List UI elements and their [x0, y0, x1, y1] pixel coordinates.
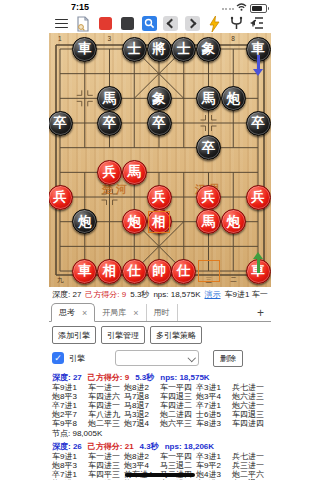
piece-red[interactable]: 相 — [97, 259, 122, 284]
section-stat: 深度: 26 — [52, 442, 82, 451]
section-header: 深度: 27己方得分: 95.3秒nps: 18,575K — [52, 373, 268, 382]
piece-red[interactable]: 兵 — [49, 185, 73, 210]
button-引擎管理[interactable]: 引擎管理 — [101, 326, 145, 344]
pv-move[interactable]: 兵三进一 — [232, 461, 268, 470]
tab-label: 用时 — [154, 307, 170, 318]
engine-button-row: 添加引擎引擎管理多引擎策略 — [49, 322, 271, 347]
red-board-icon[interactable] — [97, 16, 114, 32]
pv-move[interactable]: 兵七进一 — [232, 383, 268, 392]
tab-开局库[interactable]: 开局库× — [95, 304, 146, 321]
pv-move[interactable]: 炮7退4 — [124, 419, 160, 428]
pv-move[interactable]: 炮六进一 — [232, 401, 268, 410]
section-stat: 5.3秒 — [135, 373, 154, 382]
button-多引擎策略[interactable]: 多引擎策略 — [150, 326, 202, 344]
pv-move[interactable]: 车四进二 — [160, 401, 196, 410]
piece-red[interactable]: 炮 — [122, 209, 147, 234]
file-label-top: 8 — [231, 35, 235, 42]
piece-black[interactable]: 馬 — [196, 86, 221, 111]
pv-move[interactable]: 兵七进一 — [232, 452, 268, 461]
variation-merge-arrow-icon[interactable] — [250, 16, 267, 32]
home-indicator[interactable] — [125, 473, 195, 477]
pv-move[interactable]: 车四退三 — [232, 410, 268, 419]
dark-board-icon[interactable] — [119, 16, 136, 32]
piece-red[interactable]: 炮 — [221, 209, 246, 234]
status-bar: 7:15 — [49, 0, 271, 14]
pv-move[interactable]: 车一进一 — [88, 383, 124, 392]
pv-move[interactable]: 炮8进2 — [124, 452, 160, 461]
pv-move[interactable]: 车四进三 — [88, 461, 124, 470]
cellular-signal-icon — [222, 8, 235, 10]
pv-move[interactable]: 车9进1 — [52, 383, 88, 392]
pv-line: 炮8平3车四进三炮3平4马三退二车9平2兵三进一 — [52, 461, 268, 470]
piece-black[interactable]: 炮 — [221, 86, 246, 111]
piece-black[interactable]: 卒 — [97, 111, 122, 136]
pv-move[interactable]: 车9平2 — [196, 461, 232, 470]
pv-move[interactable]: 马3退2 — [124, 410, 160, 419]
tab-label: 思考 — [59, 307, 75, 318]
pv-move[interactable]: 炮8平3 — [52, 392, 88, 401]
summary-pv: 车9进1 车一 — [225, 289, 268, 300]
summary-depth: 深度: 27 — [52, 289, 81, 300]
pv-move[interactable]: 车四退三 — [160, 392, 196, 401]
file-label-bottom: 九 — [57, 276, 64, 285]
piece-black[interactable]: 馬 — [97, 86, 122, 111]
xiangqi-board[interactable]: 楚河 汉界 車士將士象車馬象馬炮卒卒卒卒卒兵馬兵兵兵兵炮炮相馬炮車相仕帥仕車 1… — [49, 33, 271, 287]
pv-move[interactable]: 炮二平六 — [232, 470, 268, 479]
analysis-output: 深度: 27己方得分: 95.3秒nps: 18,575K车9进1车一进一炮8进… — [49, 369, 271, 480]
pv-line: 车9进1车一进一炮8进2车一平四卒3进1兵七进一 — [52, 452, 268, 461]
piece-black[interactable]: 炮 — [72, 209, 97, 234]
piece-red[interactable]: 兵 — [246, 185, 271, 210]
pv-move[interactable]: 炮二平三 — [88, 419, 124, 428]
suggested-move-arrow-red — [253, 252, 263, 273]
pv-move[interactable]: 车一平四 — [160, 452, 196, 461]
piece-red[interactable]: 兵 — [196, 185, 221, 210]
node-count: 节点: 98,005K — [52, 429, 268, 438]
tab-思考[interactable]: 思考× — [51, 303, 95, 322]
piece-red[interactable]: 馬 — [122, 160, 147, 185]
analysis-panel: 深度: 27 己方得分: 9 5.3秒 nps: 18,575K 演示 车9进1… — [49, 287, 271, 480]
pv-move[interactable]: 马三退二 — [160, 461, 196, 470]
piece-red[interactable]: 馬 — [196, 209, 221, 234]
file-label-top: 3 — [108, 35, 112, 42]
file-label-top: 1 — [58, 35, 62, 42]
summary-score: 己方得分: 9 — [85, 289, 126, 300]
variation-fork-icon[interactable] — [228, 16, 245, 32]
pv-move[interactable]: 车四进四 — [232, 419, 268, 428]
forward-button[interactable] — [184, 16, 201, 32]
pv-line: 卒7进1车四进一马8退7车四进二卒7进1炮六进一 — [52, 401, 268, 410]
pv-move[interactable]: 卒7进1 — [52, 470, 88, 479]
pv-move[interactable]: 车9进1 — [52, 452, 88, 461]
app-screen: 7:15 — [49, 0, 271, 480]
tab-bar: 思考×开局库×用时+ — [49, 302, 271, 322]
pv-move[interactable]: 车一进一 — [88, 452, 124, 461]
pv-move[interactable]: 车一平四 — [160, 383, 196, 392]
pv-line: 车9平8炮二平三炮7退4炮六平三车8进3车四进四 — [52, 419, 268, 428]
section-stat: 深度: 27 — [52, 373, 82, 382]
piece-black[interactable]: 卒 — [196, 135, 221, 160]
button-添加引擎[interactable]: 添加引擎 — [52, 326, 96, 344]
engine-lightning-icon[interactable] — [206, 16, 223, 32]
section-stat: 己方得分: 9 — [88, 373, 129, 382]
pv-move[interactable]: 马8退7 — [124, 401, 160, 410]
pv-move[interactable]: 卒7进1 — [196, 401, 232, 410]
engine-summary-bar: 深度: 27 己方得分: 9 5.3秒 nps: 18,575K 演示 车9进1… — [49, 287, 271, 302]
piece-black[interactable]: 卒 — [49, 111, 73, 136]
battery-icon — [250, 4, 267, 13]
piece-black[interactable]: 將 — [147, 37, 172, 62]
wifi-icon — [236, 3, 247, 11]
piece-black[interactable]: 士 — [171, 37, 196, 62]
section-stat: 4.3秒 — [140, 442, 159, 451]
piece-black[interactable]: 卒 — [246, 111, 271, 136]
engine-row: ✓ 引擎 删除 — [49, 347, 271, 369]
pv-move[interactable]: 炮2平7 — [52, 410, 88, 419]
close-tab-icon[interactable]: × — [82, 308, 87, 318]
last-move-marker — [148, 211, 170, 233]
toolbar — [49, 14, 271, 33]
search-mode-icon[interactable] — [141, 16, 158, 32]
section-stat: nps: 18,206K — [165, 442, 214, 451]
pv-move[interactable]: 卒7进1 — [52, 401, 88, 410]
section-header: 深度: 26己方得分: 214.3秒nps: 18,206K — [52, 442, 268, 451]
pv-move[interactable]: 车四进六 — [88, 392, 124, 401]
piece-black[interactable]: 卒 — [147, 111, 172, 136]
pv-move[interactable]: 车8进3 — [196, 419, 232, 428]
pv-move[interactable]: 车9平8 — [52, 419, 88, 428]
pv-move[interactable]: 炮8进2 — [124, 383, 160, 392]
pv-move[interactable]: 炮8平3 — [52, 461, 88, 470]
pv-move[interactable]: 车四平三 — [88, 470, 124, 479]
suggested-move-arrow-black — [253, 55, 263, 76]
menu-icon[interactable] — [53, 16, 70, 32]
piece-black[interactable]: 車 — [72, 37, 97, 62]
delete-engine-button[interactable]: 删除 — [213, 350, 243, 367]
board-grid: 車士將士象車馬象馬炮卒卒卒卒卒兵馬兵兵兵兵炮炮相馬炮車相仕帥仕車 — [49, 37, 270, 284]
pv-move[interactable]: 炮六进三 — [232, 392, 268, 401]
engine-dropdown[interactable] — [115, 350, 199, 366]
summary-time: 5.3秒 — [130, 289, 149, 300]
piece-red[interactable]: 車 — [72, 259, 97, 284]
last-move-marker — [198, 260, 220, 282]
add-tab-button[interactable]: + — [257, 308, 264, 318]
pv-move[interactable]: 车四进一 — [88, 401, 124, 410]
pv-move[interactable]: 士6进5 — [196, 410, 232, 419]
pv-move[interactable]: 炮3平4 — [196, 392, 232, 401]
piece-black[interactable]: 象 — [196, 37, 221, 62]
piece-red[interactable]: 帥 — [147, 259, 172, 284]
file-label-bottom: 二 — [230, 276, 237, 285]
pv-move[interactable]: 卒3进1 — [196, 452, 232, 461]
back-button[interactable] — [162, 16, 179, 32]
pv-line: 炮8平3车四进六马7退8车四退三炮3平4炮六进三 — [52, 392, 268, 401]
piece-red[interactable]: 仕 — [122, 259, 147, 284]
pv-move[interactable]: 炮3平4 — [124, 461, 160, 470]
section-stat: 己方得分: 21 — [88, 442, 134, 451]
tab-label: 开局库 — [102, 307, 126, 318]
summary-nps: nps: 18,575K — [153, 290, 200, 299]
pv-line: 炮2平7车八进九马3退2炮二进四士6进5车四退三 — [52, 410, 268, 419]
chevron-down-icon — [187, 353, 195, 361]
tab-用时[interactable]: 用时 — [147, 304, 178, 321]
section-stat: nps: 18,575K — [160, 373, 209, 382]
pv-move[interactable]: 炮六平三 — [160, 419, 196, 428]
pv-move[interactable]: 卒3进1 — [196, 383, 232, 392]
piece-red[interactable]: 仕 — [171, 259, 196, 284]
pv-move[interactable]: 车八进九 — [88, 410, 124, 419]
clock: 7:15 — [71, 2, 89, 12]
pv-line: 车9进1车一进一炮8进2车一平四卒3进1兵七进一 — [52, 383, 268, 392]
pv-move[interactable]: 炮二进四 — [160, 410, 196, 419]
document-search-icon[interactable] — [75, 16, 92, 32]
close-tab-icon[interactable]: × — [133, 308, 138, 318]
engine-checkbox[interactable]: ✓ — [52, 352, 64, 364]
piece-black[interactable]: 士 — [122, 37, 147, 62]
pv-move[interactable]: 炮4进3 — [196, 470, 232, 479]
engine-label: 引擎 — [69, 353, 85, 364]
demo-link[interactable]: 演示 — [205, 289, 221, 300]
piece-red[interactable]: 兵 — [147, 185, 172, 210]
piece-black[interactable]: 象 — [147, 86, 172, 111]
piece-red[interactable]: 兵 — [97, 160, 122, 185]
pv-move[interactable]: 马7退8 — [124, 392, 160, 401]
